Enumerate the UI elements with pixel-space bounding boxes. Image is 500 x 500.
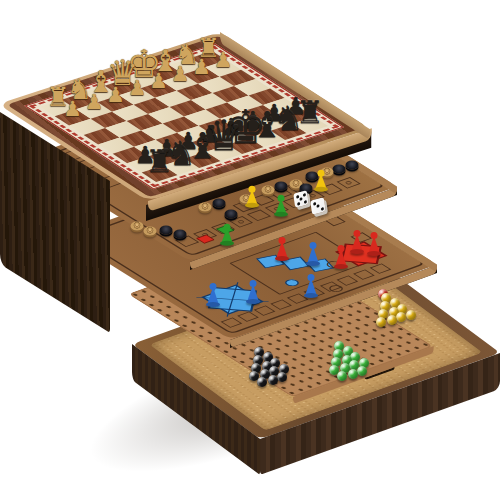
- deco-green-square: [217, 226, 234, 234]
- product-photo-scene: ♜♞♝♛♚♝♞♜♟♟♟♟♟♟♟♟♟♟♟♟♟♟♟♟♜♞♝♛♚♝♞♜: [0, 0, 500, 500]
- deco-red-square: [197, 235, 214, 243]
